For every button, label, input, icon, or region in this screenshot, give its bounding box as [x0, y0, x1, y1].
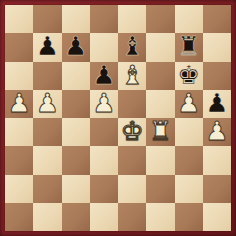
- square-e5[interactable]: [118, 90, 146, 118]
- square-e1[interactable]: [118, 203, 146, 231]
- square-e6[interactable]: ♝: [118, 62, 146, 90]
- square-d5[interactable]: ♟: [90, 90, 118, 118]
- square-b5[interactable]: ♟: [33, 90, 61, 118]
- square-f3[interactable]: [146, 146, 174, 174]
- square-f5[interactable]: [146, 90, 174, 118]
- white-pawn[interactable]: ♟: [92, 90, 115, 116]
- square-c7[interactable]: ♟: [62, 33, 90, 61]
- square-h1[interactable]: [203, 203, 231, 231]
- square-c5[interactable]: [62, 90, 90, 118]
- square-c4[interactable]: [62, 118, 90, 146]
- square-h6[interactable]: [203, 62, 231, 90]
- square-d1[interactable]: [90, 203, 118, 231]
- square-c1[interactable]: [62, 203, 90, 231]
- square-d3[interactable]: [90, 146, 118, 174]
- square-f4[interactable]: ♜: [146, 118, 174, 146]
- black-pawn[interactable]: ♟: [64, 33, 87, 59]
- square-d8[interactable]: [90, 5, 118, 33]
- square-e3[interactable]: [118, 146, 146, 174]
- black-pawn[interactable]: ♟: [36, 33, 59, 59]
- square-d2[interactable]: [90, 175, 118, 203]
- square-h8[interactable]: [203, 5, 231, 33]
- square-h4[interactable]: ♟: [203, 118, 231, 146]
- white-pawn[interactable]: ♟: [7, 90, 30, 116]
- square-b2[interactable]: [33, 175, 61, 203]
- square-a6[interactable]: [5, 62, 33, 90]
- square-h7[interactable]: [203, 33, 231, 61]
- square-f6[interactable]: [146, 62, 174, 90]
- square-a5[interactable]: ♟: [5, 90, 33, 118]
- square-a3[interactable]: [5, 146, 33, 174]
- square-b6[interactable]: [33, 62, 61, 90]
- square-a8[interactable]: [5, 5, 33, 33]
- white-king[interactable]: ♚: [120, 118, 143, 144]
- square-b7[interactable]: ♟: [33, 33, 61, 61]
- square-e4[interactable]: ♚: [118, 118, 146, 146]
- white-pawn[interactable]: ♟: [36, 90, 59, 116]
- square-a7[interactable]: [5, 33, 33, 61]
- square-e8[interactable]: [118, 5, 146, 33]
- black-pawn[interactable]: ♟: [205, 90, 228, 116]
- chess-board: ♟♟♝♜♟♝♚♟♟♟♟♟♚♜♟: [5, 5, 231, 231]
- white-pawn[interactable]: ♟: [177, 90, 200, 116]
- square-c3[interactable]: [62, 146, 90, 174]
- black-rook[interactable]: ♜: [177, 33, 200, 59]
- square-e7[interactable]: ♝: [118, 33, 146, 61]
- square-g8[interactable]: [175, 5, 203, 33]
- square-h3[interactable]: [203, 146, 231, 174]
- square-d7[interactable]: [90, 33, 118, 61]
- white-rook[interactable]: ♜: [149, 118, 172, 144]
- square-h5[interactable]: ♟: [203, 90, 231, 118]
- square-b4[interactable]: [33, 118, 61, 146]
- square-g7[interactable]: ♜: [175, 33, 203, 61]
- square-b1[interactable]: [33, 203, 61, 231]
- square-g3[interactable]: [175, 146, 203, 174]
- square-f2[interactable]: [146, 175, 174, 203]
- square-c2[interactable]: [62, 175, 90, 203]
- square-a2[interactable]: [5, 175, 33, 203]
- black-king[interactable]: ♚: [177, 62, 200, 88]
- square-h2[interactable]: [203, 175, 231, 203]
- white-bishop[interactable]: ♝: [120, 62, 143, 88]
- square-g1[interactable]: [175, 203, 203, 231]
- square-a4[interactable]: [5, 118, 33, 146]
- black-pawn[interactable]: ♟: [92, 62, 115, 88]
- board-frame: ♟♟♝♜♟♝♚♟♟♟♟♟♚♜♟: [0, 0, 236, 236]
- square-e2[interactable]: [118, 175, 146, 203]
- square-b8[interactable]: [33, 5, 61, 33]
- square-a1[interactable]: [5, 203, 33, 231]
- black-bishop[interactable]: ♝: [120, 33, 143, 59]
- square-d4[interactable]: [90, 118, 118, 146]
- square-b3[interactable]: [33, 146, 61, 174]
- white-pawn[interactable]: ♟: [205, 118, 228, 144]
- square-c6[interactable]: [62, 62, 90, 90]
- square-g4[interactable]: [175, 118, 203, 146]
- square-f8[interactable]: [146, 5, 174, 33]
- square-f7[interactable]: [146, 33, 174, 61]
- square-d6[interactable]: ♟: [90, 62, 118, 90]
- square-g6[interactable]: ♚: [175, 62, 203, 90]
- square-c8[interactable]: [62, 5, 90, 33]
- square-g2[interactable]: [175, 175, 203, 203]
- square-f1[interactable]: [146, 203, 174, 231]
- square-g5[interactable]: ♟: [175, 90, 203, 118]
